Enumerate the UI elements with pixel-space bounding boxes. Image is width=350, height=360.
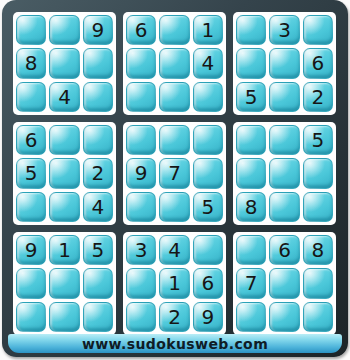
- sudoku-cell-r2c5[interactable]: [159, 48, 189, 78]
- sudoku-cell-r8c1[interactable]: [16, 268, 46, 298]
- sudoku-box-2: 614: [123, 12, 226, 115]
- sudoku-cell-r5c8[interactable]: [269, 158, 299, 188]
- sudoku-cell-r6c8[interactable]: [269, 192, 299, 222]
- sudoku-cell-r4c1[interactable]: 6: [16, 125, 46, 155]
- sudoku-cell-r5c9[interactable]: [303, 158, 333, 188]
- sudoku-cell-r2c2[interactable]: [49, 48, 79, 78]
- sudoku-cell-r9c6[interactable]: 9: [193, 302, 223, 332]
- sudoku-cell-r6c3[interactable]: 4: [83, 192, 113, 222]
- sudoku-cell-r9c2[interactable]: [49, 302, 79, 332]
- sudoku-cell-r1c4[interactable]: 6: [126, 15, 156, 45]
- sudoku-cell-r3c3[interactable]: [83, 82, 113, 112]
- sudoku-box-8: 341629: [123, 232, 226, 335]
- sudoku-cell-r1c5[interactable]: [159, 15, 189, 45]
- sudoku-cell-r5c2[interactable]: [49, 158, 79, 188]
- sudoku-cell-r1c1[interactable]: [16, 15, 46, 45]
- sudoku-cell-r6c5[interactable]: [159, 192, 189, 222]
- sudoku-cell-r4c8[interactable]: [269, 125, 299, 155]
- sudoku-cell-r3c8[interactable]: [269, 82, 299, 112]
- sudoku-cell-r3c9[interactable]: 2: [303, 82, 333, 112]
- sudoku-cell-r8c3[interactable]: [83, 268, 113, 298]
- sudoku-cell-r9c4[interactable]: [126, 302, 156, 332]
- sudoku-cell-r8c2[interactable]: [49, 268, 79, 298]
- sudoku-cell-r7c6[interactable]: [193, 235, 223, 265]
- sudoku-cell-r1c7[interactable]: [236, 15, 266, 45]
- sudoku-cell-r2c6[interactable]: 4: [193, 48, 223, 78]
- sudoku-cell-r4c3[interactable]: [83, 125, 113, 155]
- sudoku-cell-r3c2[interactable]: 4: [49, 82, 79, 112]
- sudoku-cell-r7c8[interactable]: 6: [269, 235, 299, 265]
- sudoku-cell-r9c1[interactable]: [16, 302, 46, 332]
- board-frame: 9846143652652497558915341629687 www.sudo…: [2, 0, 348, 357]
- sudoku-cell-r2c1[interactable]: 8: [16, 48, 46, 78]
- sudoku-cell-r7c2[interactable]: 1: [49, 235, 79, 265]
- sudoku-cell-r8c7[interactable]: 7: [236, 268, 266, 298]
- sudoku-cell-r7c4[interactable]: 3: [126, 235, 156, 265]
- sudoku-cell-r1c6[interactable]: 1: [193, 15, 223, 45]
- footer-bar: www.sudokusweb.com: [8, 334, 342, 353]
- sudoku-cell-r6c9[interactable]: [303, 192, 333, 222]
- sudoku-cell-r3c4[interactable]: [126, 82, 156, 112]
- sudoku-cell-r3c7[interactable]: 5: [236, 82, 266, 112]
- sudoku-cell-r7c9[interactable]: 8: [303, 235, 333, 265]
- sudoku-cell-r5c5[interactable]: 7: [159, 158, 189, 188]
- sudoku-cell-r3c5[interactable]: [159, 82, 189, 112]
- sudoku-cell-r6c2[interactable]: [49, 192, 79, 222]
- sudoku-cell-r8c9[interactable]: [303, 268, 333, 298]
- sudoku-box-7: 915: [13, 232, 116, 335]
- sudoku-cell-r7c5[interactable]: 4: [159, 235, 189, 265]
- sudoku-cell-r4c7[interactable]: [236, 125, 266, 155]
- sudoku-box-4: 6524: [13, 122, 116, 225]
- sudoku-cell-r2c4[interactable]: [126, 48, 156, 78]
- sudoku-cell-r1c3[interactable]: 9: [83, 15, 113, 45]
- sudoku-cell-r5c7[interactable]: [236, 158, 266, 188]
- sudoku-cell-r6c7[interactable]: 8: [236, 192, 266, 222]
- sudoku-cell-r6c1[interactable]: [16, 192, 46, 222]
- sudoku-cell-r1c2[interactable]: [49, 15, 79, 45]
- sudoku-cell-r4c5[interactable]: [159, 125, 189, 155]
- sudoku-cell-r2c3[interactable]: [83, 48, 113, 78]
- sudoku-box-9: 687: [233, 232, 336, 335]
- sudoku-cell-r5c1[interactable]: 5: [16, 158, 46, 188]
- sudoku-cell-r7c7[interactable]: [236, 235, 266, 265]
- sudoku-cell-r4c2[interactable]: [49, 125, 79, 155]
- sudoku-cell-r7c3[interactable]: 5: [83, 235, 113, 265]
- sudoku-cell-r5c4[interactable]: 9: [126, 158, 156, 188]
- sudoku-cell-r2c8[interactable]: [269, 48, 299, 78]
- sudoku-box-3: 3652: [233, 12, 336, 115]
- sudoku-cell-r9c3[interactable]: [83, 302, 113, 332]
- sudoku-grid: 9846143652652497558915341629687: [13, 12, 336, 335]
- sudoku-cell-r9c5[interactable]: 2: [159, 302, 189, 332]
- sudoku-cell-r8c4[interactable]: [126, 268, 156, 298]
- footer-url-link[interactable]: www.sudokusweb.com: [82, 336, 268, 352]
- sudoku-cell-r4c4[interactable]: [126, 125, 156, 155]
- sudoku-cell-r5c6[interactable]: [193, 158, 223, 188]
- sudoku-cell-r9c7[interactable]: [236, 302, 266, 332]
- sudoku-cell-r3c6[interactable]: [193, 82, 223, 112]
- sudoku-cell-r5c3[interactable]: 2: [83, 158, 113, 188]
- sudoku-cell-r7c1[interactable]: 9: [16, 235, 46, 265]
- sudoku-cell-r4c9[interactable]: 5: [303, 125, 333, 155]
- sudoku-box-6: 58: [233, 122, 336, 225]
- sudoku-cell-r8c8[interactable]: [269, 268, 299, 298]
- sudoku-cell-r2c7[interactable]: [236, 48, 266, 78]
- sudoku-cell-r3c1[interactable]: [16, 82, 46, 112]
- sudoku-cell-r9c8[interactable]: [269, 302, 299, 332]
- sudoku-cell-r6c4[interactable]: [126, 192, 156, 222]
- sudoku-cell-r8c6[interactable]: 6: [193, 268, 223, 298]
- sudoku-cell-r1c8[interactable]: 3: [269, 15, 299, 45]
- sudoku-cell-r8c5[interactable]: 1: [159, 268, 189, 298]
- sudoku-cell-r9c9[interactable]: [303, 302, 333, 332]
- sudoku-box-1: 984: [13, 12, 116, 115]
- sudoku-cell-r4c6[interactable]: [193, 125, 223, 155]
- sudoku-cell-r6c6[interactable]: 5: [193, 192, 223, 222]
- sudoku-cell-r1c9[interactable]: [303, 15, 333, 45]
- sudoku-cell-r2c9[interactable]: 6: [303, 48, 333, 78]
- sudoku-box-5: 975: [123, 122, 226, 225]
